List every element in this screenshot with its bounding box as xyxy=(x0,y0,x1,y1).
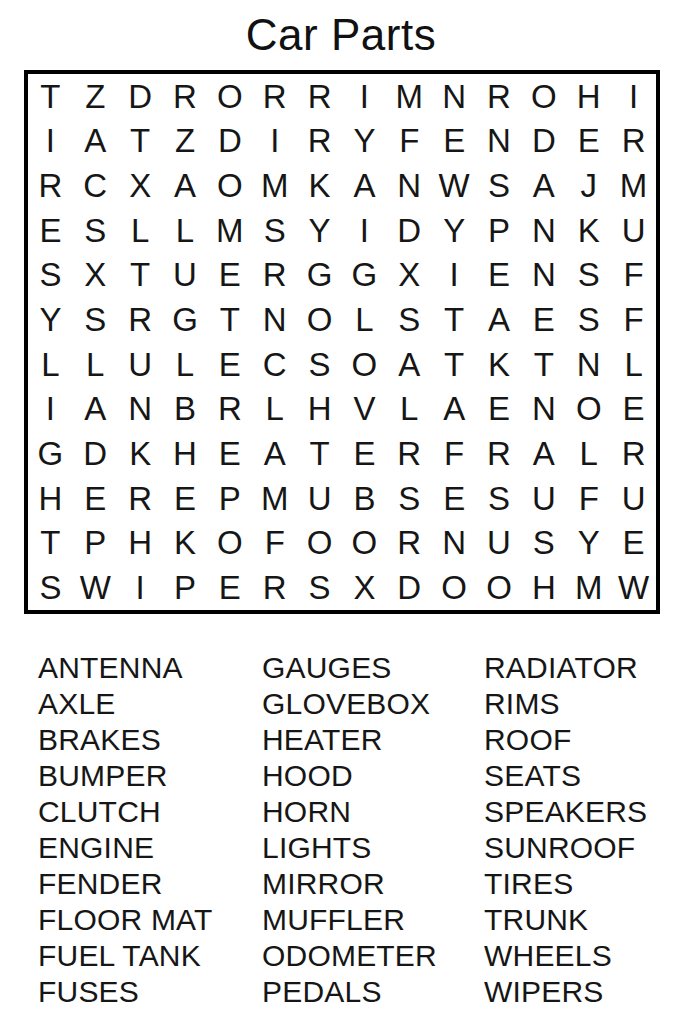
grid-cell-r3c14[interactable]: M xyxy=(611,163,656,208)
grid-cell-r10c1[interactable]: H xyxy=(28,476,73,521)
grid-cell-r7c3[interactable]: U xyxy=(118,342,163,387)
grid-container: TZDRORRIMNROHIIATZDIRYFENDERRCXAOMKANWSA… xyxy=(24,70,682,614)
grid-cell-r3c3[interactable]: X xyxy=(118,163,163,208)
grid-cell-r4c6[interactable]: S xyxy=(252,208,297,253)
grid-cell-r6c8[interactable]: L xyxy=(342,297,387,342)
word-list-item: SUNROOF xyxy=(484,830,682,866)
grid-cell-r7c9[interactable]: A xyxy=(387,342,432,387)
grid-cell-r8c9[interactable]: L xyxy=(387,387,432,432)
grid-cell-r7c8[interactable]: O xyxy=(342,342,387,387)
grid-cell-r9c14[interactable]: R xyxy=(611,431,656,476)
grid-cell-r5c5[interactable]: E xyxy=(207,253,252,298)
grid-cell-r6c6[interactable]: N xyxy=(252,297,297,342)
grid-cell-r4c13[interactable]: K xyxy=(566,208,611,253)
word-list-item: BUMPER xyxy=(38,758,262,794)
grid-cell-r12c8[interactable]: X xyxy=(342,565,387,610)
grid-cell-r1c3[interactable]: D xyxy=(118,74,163,119)
grid-cell-r3c12[interactable]: A xyxy=(521,163,566,208)
grid-cell-r1c7[interactable]: R xyxy=(297,74,342,119)
grid-cell-r8c14[interactable]: E xyxy=(611,387,656,432)
grid-cell-r5c11[interactable]: E xyxy=(477,253,522,298)
grid-cell-r3c10[interactable]: W xyxy=(432,163,477,208)
grid-cell-r4c11[interactable]: P xyxy=(477,208,522,253)
grid-cell-r2c14[interactable]: R xyxy=(611,119,656,164)
grid-cell-r7c1[interactable]: L xyxy=(28,342,73,387)
word-list-item: TIRES xyxy=(484,866,682,902)
grid-cell-r9c6[interactable]: A xyxy=(252,431,297,476)
grid-cell-r4c12[interactable]: N xyxy=(521,208,566,253)
grid-cell-r5c2[interactable]: X xyxy=(73,253,118,298)
grid-cell-r8c5[interactable]: R xyxy=(207,387,252,432)
grid-cell-r11c7[interactable]: O xyxy=(297,521,342,566)
grid-cell-r5c14[interactable]: F xyxy=(611,253,656,298)
grid-cell-r11c1[interactable]: T xyxy=(28,521,73,566)
grid-cell-r10c3[interactable]: R xyxy=(118,476,163,521)
grid-cell-r6c7[interactable]: O xyxy=(297,297,342,342)
word-list-item: FUSES xyxy=(38,974,262,1010)
word-list-item: PEDALS xyxy=(262,974,484,1010)
grid-cell-r5c10[interactable]: I xyxy=(432,253,477,298)
grid-cell-r8c7[interactable]: H xyxy=(297,387,342,432)
word-list-item: FENDER xyxy=(38,866,262,902)
grid-cell-r5c6[interactable]: R xyxy=(252,253,297,298)
grid-cell-r1c5[interactable]: O xyxy=(207,74,252,119)
grid-cell-r8c1[interactable]: I xyxy=(28,387,73,432)
grid-cell-r7c7[interactable]: S xyxy=(297,342,342,387)
grid-cell-r11c5[interactable]: O xyxy=(207,521,252,566)
word-list-item: TRUNK xyxy=(484,902,682,938)
word-list-item: ROOF xyxy=(484,722,682,758)
grid-cell-r11c11[interactable]: U xyxy=(477,521,522,566)
word-list-item: HOOD xyxy=(262,758,484,794)
grid-cell-r1c1[interactable]: T xyxy=(28,74,73,119)
grid-cell-r8c12[interactable]: N xyxy=(521,387,566,432)
word-list-column-3: RADIATORRIMSROOFSEATSSPEAKERSSUNROOFTIRE… xyxy=(484,650,682,1010)
grid-cell-r5c1[interactable]: S xyxy=(28,253,73,298)
grid-cell-r3c9[interactable]: N xyxy=(387,163,432,208)
grid-cell-r2c11[interactable]: N xyxy=(477,119,522,164)
grid-cell-r2c9[interactable]: F xyxy=(387,119,432,164)
word-search-grid: TZDRORRIMNROHIIATZDIRYFENDERRCXAOMKANWSA… xyxy=(24,70,660,614)
grid-cell-r10c7[interactable]: U xyxy=(297,476,342,521)
word-list-item: HORN xyxy=(262,794,484,830)
grid-cell-r10c5[interactable]: P xyxy=(207,476,252,521)
grid-cell-r5c8[interactable]: G xyxy=(342,253,387,298)
grid-cell-r3c5[interactable]: O xyxy=(207,163,252,208)
grid-cell-r6c5[interactable]: T xyxy=(207,297,252,342)
grid-cell-r4c7[interactable]: Y xyxy=(297,208,342,253)
word-list-item: SPEAKERS xyxy=(484,794,682,830)
grid-cell-r10c14[interactable]: U xyxy=(611,476,656,521)
grid-cell-r9c9[interactable]: R xyxy=(387,431,432,476)
page-title: Car Parts xyxy=(0,4,682,66)
grid-cell-r6c14[interactable]: F xyxy=(611,297,656,342)
grid-cell-r11c12[interactable]: S xyxy=(521,521,566,566)
grid-cell-r6c9[interactable]: S xyxy=(387,297,432,342)
grid-cell-r7c5[interactable]: E xyxy=(207,342,252,387)
grid-cell-r2c1[interactable]: I xyxy=(28,119,73,164)
grid-cell-r1c6[interactable]: R xyxy=(252,74,297,119)
grid-cell-r10c12[interactable]: U xyxy=(521,476,566,521)
grid-cell-r2c10[interactable]: E xyxy=(432,119,477,164)
grid-cell-r5c7[interactable]: G xyxy=(297,253,342,298)
grid-cell-r10c6[interactable]: M xyxy=(252,476,297,521)
grid-cell-r7c12[interactable]: T xyxy=(521,342,566,387)
grid-cell-r5c3[interactable]: T xyxy=(118,253,163,298)
grid-cell-r2c13[interactable]: E xyxy=(566,119,611,164)
grid-cell-r3c1[interactable]: R xyxy=(28,163,73,208)
grid-cell-r8c2[interactable]: A xyxy=(73,387,118,432)
grid-cell-r12c5[interactable]: E xyxy=(207,565,252,610)
grid-cell-r3c2[interactable]: C xyxy=(73,163,118,208)
grid-cell-r1c8[interactable]: I xyxy=(342,74,387,119)
grid-cell-r9c11[interactable]: R xyxy=(477,431,522,476)
word-list-item: BRAKES xyxy=(38,722,262,758)
grid-cell-r10c9[interactable]: S xyxy=(387,476,432,521)
grid-cell-r8c11[interactable]: E xyxy=(477,387,522,432)
grid-cell-r8c10[interactable]: A xyxy=(432,387,477,432)
grid-cell-r1c4[interactable]: R xyxy=(163,74,208,119)
grid-cell-r12c12[interactable]: H xyxy=(521,565,566,610)
grid-cell-r12c7[interactable]: S xyxy=(297,565,342,610)
grid-cell-r8c6[interactable]: L xyxy=(252,387,297,432)
grid-cell-r7c6[interactable]: C xyxy=(252,342,297,387)
grid-cell-r9c4[interactable]: H xyxy=(163,431,208,476)
grid-cell-r9c5[interactable]: E xyxy=(207,431,252,476)
grid-cell-r8c13[interactable]: O xyxy=(566,387,611,432)
grid-cell-r6c3[interactable]: R xyxy=(118,297,163,342)
grid-cell-r12c1[interactable]: S xyxy=(28,565,73,610)
word-list-item: CLUTCH xyxy=(38,794,262,830)
grid-cell-r7c4[interactable]: L xyxy=(163,342,208,387)
grid-cell-r7c10[interactable]: T xyxy=(432,342,477,387)
grid-cell-r2c5[interactable]: D xyxy=(207,119,252,164)
grid-cell-r4c2[interactable]: S xyxy=(73,208,118,253)
word-list-item: ANTENNA xyxy=(38,650,262,686)
word-list-item: ENGINE xyxy=(38,830,262,866)
word-list-item: SEATS xyxy=(484,758,682,794)
grid-cell-r8c4[interactable]: B xyxy=(163,387,208,432)
grid-cell-r11c6[interactable]: F xyxy=(252,521,297,566)
grid-cell-r5c4[interactable]: U xyxy=(163,253,208,298)
grid-cell-r11c8[interactable]: O xyxy=(342,521,387,566)
grid-cell-r10c11[interactable]: S xyxy=(477,476,522,521)
grid-cell-r6c1[interactable]: Y xyxy=(28,297,73,342)
grid-cell-r3c4[interactable]: A xyxy=(163,163,208,208)
grid-cell-r8c3[interactable]: N xyxy=(118,387,163,432)
grid-cell-r4c1[interactable]: E xyxy=(28,208,73,253)
grid-cell-r9c12[interactable]: A xyxy=(521,431,566,476)
word-list-item: HEATER xyxy=(262,722,484,758)
grid-cell-r6c10[interactable]: T xyxy=(432,297,477,342)
grid-cell-r11c14[interactable]: E xyxy=(611,521,656,566)
word-list: ANTENNAAXLEBRAKESBUMPERCLUTCHENGINEFENDE… xyxy=(38,650,682,1010)
grid-cell-r11c3[interactable]: H xyxy=(118,521,163,566)
grid-cell-r3c6[interactable]: M xyxy=(252,163,297,208)
word-list-item: WIPERS xyxy=(484,974,682,1010)
grid-cell-r7c2[interactable]: L xyxy=(73,342,118,387)
grid-cell-r10c13[interactable]: F xyxy=(566,476,611,521)
word-list-item: MIRROR xyxy=(262,866,484,902)
grid-cell-r11c13[interactable]: Y xyxy=(566,521,611,566)
grid-cell-r7c13[interactable]: N xyxy=(566,342,611,387)
grid-cell-r2c6[interactable]: I xyxy=(252,119,297,164)
grid-cell-r6c13[interactable]: S xyxy=(566,297,611,342)
grid-cell-r11c10[interactable]: N xyxy=(432,521,477,566)
word-list-item: RADIATOR xyxy=(484,650,682,686)
grid-cell-r4c8[interactable]: I xyxy=(342,208,387,253)
grid-cell-r12c2[interactable]: W xyxy=(73,565,118,610)
grid-cell-r8c8[interactable]: V xyxy=(342,387,387,432)
grid-cell-r10c4[interactable]: E xyxy=(163,476,208,521)
grid-cell-r9c2[interactable]: D xyxy=(73,431,118,476)
grid-cell-r7c11[interactable]: K xyxy=(477,342,522,387)
grid-cell-r4c5[interactable]: M xyxy=(207,208,252,253)
word-list-item: WHEELS xyxy=(484,938,682,974)
word-list-item: GAUGES xyxy=(262,650,484,686)
grid-cell-r7c14[interactable]: L xyxy=(611,342,656,387)
word-list-item: LIGHTS xyxy=(262,830,484,866)
grid-cell-r9c8[interactable]: E xyxy=(342,431,387,476)
grid-cell-r5c12[interactable]: N xyxy=(521,253,566,298)
grid-cell-r9c7[interactable]: T xyxy=(297,431,342,476)
word-list-item: MUFFLER xyxy=(262,902,484,938)
grid-cell-r11c9[interactable]: R xyxy=(387,521,432,566)
grid-cell-r3c8[interactable]: A xyxy=(342,163,387,208)
word-list-column-2: GAUGESGLOVEBOXHEATERHOODHORNLIGHTSMIRROR… xyxy=(262,650,484,1010)
grid-cell-r6c11[interactable]: A xyxy=(477,297,522,342)
grid-cell-r4c3[interactable]: L xyxy=(118,208,163,253)
grid-cell-r2c3[interactable]: T xyxy=(118,119,163,164)
grid-cell-r2c8[interactable]: Y xyxy=(342,119,387,164)
grid-cell-r10c10[interactable]: E xyxy=(432,476,477,521)
word-list-item: FLOOR MAT xyxy=(38,902,262,938)
grid-cell-r6c2[interactable]: S xyxy=(73,297,118,342)
grid-cell-r12c13[interactable]: M xyxy=(566,565,611,610)
grid-cell-r12c3[interactable]: I xyxy=(118,565,163,610)
grid-cell-r12c10[interactable]: O xyxy=(432,565,477,610)
grid-cell-r1c13[interactable]: H xyxy=(566,74,611,119)
word-list-item: RIMS xyxy=(484,686,682,722)
grid-cell-r3c13[interactable]: J xyxy=(566,163,611,208)
grid-cell-r4c9[interactable]: D xyxy=(387,208,432,253)
grid-cell-r12c9[interactable]: D xyxy=(387,565,432,610)
grid-cell-r10c2[interactable]: E xyxy=(73,476,118,521)
grid-cell-r9c3[interactable]: K xyxy=(118,431,163,476)
grid-cell-r12c4[interactable]: P xyxy=(163,565,208,610)
grid-cell-r1c9[interactable]: M xyxy=(387,74,432,119)
grid-cell-r6c4[interactable]: G xyxy=(163,297,208,342)
grid-cell-r4c4[interactable]: L xyxy=(163,208,208,253)
word-list-item: ODOMETER xyxy=(262,938,484,974)
word-list-item: FUEL TANK xyxy=(38,938,262,974)
grid-cell-r2c7[interactable]: R xyxy=(297,119,342,164)
grid-cell-r5c9[interactable]: X xyxy=(387,253,432,298)
grid-cell-r2c4[interactable]: Z xyxy=(163,119,208,164)
grid-cell-r4c14[interactable]: U xyxy=(611,208,656,253)
grid-cell-r1c12[interactable]: O xyxy=(521,74,566,119)
grid-cell-r11c2[interactable]: P xyxy=(73,521,118,566)
grid-cell-r2c2[interactable]: A xyxy=(73,119,118,164)
grid-cell-r1c10[interactable]: N xyxy=(432,74,477,119)
grid-cell-r12c14[interactable]: W xyxy=(611,565,656,610)
grid-cell-r4c10[interactable]: Y xyxy=(432,208,477,253)
grid-cell-r12c11[interactable]: O xyxy=(477,565,522,610)
word-list-column-1: ANTENNAAXLEBRAKESBUMPERCLUTCHENGINEFENDE… xyxy=(38,650,262,1010)
grid-cell-r12c6[interactable]: R xyxy=(252,565,297,610)
word-list-item: GLOVEBOX xyxy=(262,686,484,722)
grid-cell-r6c12[interactable]: E xyxy=(521,297,566,342)
grid-cell-r9c13[interactable]: L xyxy=(566,431,611,476)
grid-cell-r1c11[interactable]: R xyxy=(477,74,522,119)
grid-cell-r10c8[interactable]: B xyxy=(342,476,387,521)
word-list-item: AXLE xyxy=(38,686,262,722)
grid-cell-r1c14[interactable]: I xyxy=(611,74,656,119)
grid-cell-r1c2[interactable]: Z xyxy=(73,74,118,119)
grid-cell-r9c10[interactable]: F xyxy=(432,431,477,476)
grid-cell-r5c13[interactable]: S xyxy=(566,253,611,298)
grid-cell-r9c1[interactable]: G xyxy=(28,431,73,476)
grid-cell-r3c11[interactable]: S xyxy=(477,163,522,208)
grid-cell-r11c4[interactable]: K xyxy=(163,521,208,566)
grid-cell-r3c7[interactable]: K xyxy=(297,163,342,208)
grid-cell-r2c12[interactable]: D xyxy=(521,119,566,164)
